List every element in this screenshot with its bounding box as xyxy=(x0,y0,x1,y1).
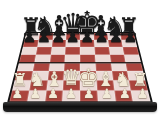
black-pawn: ♟ xyxy=(43,29,73,45)
white-knight: ♞ xyxy=(108,70,138,89)
black-bishop: ♝ xyxy=(86,12,116,39)
black-pawn: ♟ xyxy=(115,29,145,45)
black-pawn: ♟ xyxy=(87,29,117,45)
white-king: ♚ xyxy=(74,66,104,90)
white-rook: ♜ xyxy=(125,71,155,89)
black-bishop: ♝ xyxy=(44,12,74,39)
white-pawn: ♟ xyxy=(38,87,68,100)
white-pawn: ♟ xyxy=(56,87,86,100)
white-pawn: ♟ xyxy=(74,87,104,100)
white-pawn: ♟ xyxy=(2,87,32,100)
black-knight: ♞ xyxy=(30,13,60,39)
black-queen: ♛ xyxy=(58,10,88,39)
black-rook: ♜ xyxy=(114,15,144,39)
black-pawn: ♟ xyxy=(58,29,88,45)
white-pawn: ♟ xyxy=(110,87,140,100)
chess-set-photo: ♜♞♝♛♚♝♞♜♟♟♟♟♟♟♟♟♜♞♝♛♚♝♞♜♟♟♟♟♟♟♟♟ xyxy=(0,0,160,119)
white-pawn: ♟ xyxy=(128,87,158,100)
white-pawn: ♟ xyxy=(20,87,50,100)
white-queen: ♛ xyxy=(56,67,86,89)
black-pawn: ♟ xyxy=(101,29,131,45)
black-knight: ♞ xyxy=(100,13,130,39)
black-pawn: ♟ xyxy=(29,29,59,45)
pieces-layer: ♜♞♝♛♚♝♞♜♟♟♟♟♟♟♟♟♜♞♝♛♚♝♞♜♟♟♟♟♟♟♟♟ xyxy=(0,0,160,119)
black-pawn: ♟ xyxy=(72,29,102,45)
black-pawn: ♟ xyxy=(15,29,45,45)
black-king: ♚ xyxy=(72,7,102,39)
white-bishop: ♝ xyxy=(91,69,121,89)
white-pawn: ♟ xyxy=(92,87,122,100)
white-knight: ♞ xyxy=(22,70,52,89)
white-bishop: ♝ xyxy=(39,69,69,89)
black-rook: ♜ xyxy=(16,15,46,39)
white-rook: ♜ xyxy=(5,71,35,89)
